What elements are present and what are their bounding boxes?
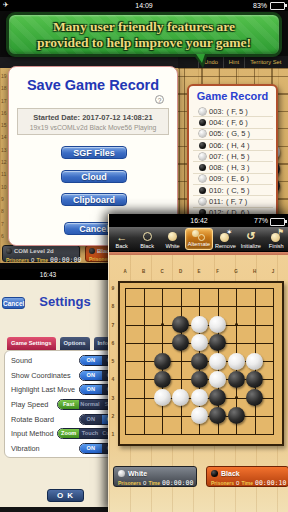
coordinate-label: 6 — [1, 230, 8, 242]
initialize-icon: ↺ — [246, 230, 255, 243]
col-label: D — [177, 269, 185, 274]
record-move-number: 010: — [209, 186, 224, 195]
record-move-coord: ( F, 6 ) — [227, 118, 248, 127]
started-date-value: 2017-07-12 14:08:21 — [82, 113, 152, 122]
time-label: Time — [36, 257, 48, 263]
toolbar-button-label: White — [165, 243, 179, 250]
white-stone[interactable] — [154, 389, 171, 406]
toggle-option-on[interactable]: ON — [80, 371, 102, 380]
setting-label: Rotate Board — [5, 415, 54, 424]
toggle-option-on[interactable]: ON — [80, 444, 102, 453]
bg-toolbar-territory-set-button[interactable]: Territory Set — [244, 56, 286, 68]
board-screen: 16:42 77% ←BackBlackWhiteAlternate✶Remov… — [108, 214, 288, 512]
time-value: 00:00:00 — [50, 256, 81, 263]
prisoners-label: Prisoners — [6, 257, 29, 263]
grid-line — [273, 288, 274, 435]
col-label: J — [269, 269, 277, 274]
toolbar-button-label: Finish — [269, 243, 284, 250]
black-stone-icon — [199, 119, 206, 126]
black-button[interactable]: Black — [134, 227, 159, 251]
white-stone[interactable] — [209, 353, 226, 370]
white-stone[interactable] — [191, 316, 208, 333]
battery-percent: 83% — [253, 2, 267, 9]
back-icon: ← — [116, 230, 127, 243]
record-row[interactable]: 008:( H, 3 ) — [193, 162, 273, 173]
record-row[interactable]: 003:( F, 5 ) — [193, 106, 273, 117]
alternate-button[interactable]: Alternate — [185, 228, 212, 250]
black-stone[interactable] — [172, 334, 189, 351]
black-stone[interactable] — [154, 353, 171, 370]
remove-button[interactable]: ✶Remove — [213, 227, 238, 251]
col-label: F — [214, 269, 222, 274]
row-label: 8 — [110, 303, 116, 309]
black-stone-icon — [89, 248, 95, 254]
tab-options[interactable]: Options — [60, 337, 90, 350]
game-summary: 19x19 vsCOMLv2d Black Move56 Playing — [18, 124, 168, 131]
alternate-icon — [192, 229, 205, 241]
coordinate-label: 14 — [1, 131, 8, 143]
setting-label: Sound — [5, 356, 32, 365]
help-icon[interactable]: ? — [155, 95, 164, 104]
board-toolbar: ←BackBlackWhiteAlternate✶Remove↺Initiali… — [109, 227, 288, 252]
com-player-bar: COM Level 2d Prisoners 0 Time 00:00:00 — [2, 245, 80, 262]
bg-toolbar-hint-button[interactable]: Hint — [223, 56, 244, 68]
setting-label: Input Method — [5, 429, 54, 438]
row-label: 3 — [110, 395, 116, 401]
white-player-bar: White Prisoners 0 Time 00:00:00 — [113, 466, 197, 487]
grid-line — [125, 434, 274, 435]
coordinate-label: 17 — [1, 95, 8, 107]
row-label: 9 — [110, 285, 116, 291]
battery-icon — [270, 2, 285, 10]
record-row[interactable]: 009:( E, 6 ) — [193, 174, 273, 185]
black-stone[interactable] — [172, 316, 189, 333]
toggle-option-fast[interactable]: Fast — [58, 400, 79, 409]
black-stone[interactable] — [228, 371, 245, 388]
black-stone-icon — [199, 164, 206, 171]
star-point — [235, 396, 238, 399]
black-stone-icon — [143, 230, 152, 243]
white-stone[interactable] — [246, 353, 263, 370]
prisoners-value: 0 — [143, 480, 146, 486]
coordinate-label: 19 — [1, 70, 8, 82]
coordinate-label: 16 — [1, 107, 8, 119]
ok-button[interactable]: O K — [47, 489, 84, 502]
dialog-title: Save Game Record — [9, 77, 177, 93]
board-status-bar: 16:42 77% — [109, 214, 288, 227]
record-move-number: 004: — [209, 118, 224, 127]
record-move-coord: ( H, 3 ) — [227, 163, 250, 172]
record-row[interactable]: 005:( G, 5 ) — [193, 129, 273, 140]
setting-row: Play SpeedFastNormalSlow — [5, 397, 119, 412]
black-stone[interactable] — [228, 407, 245, 424]
toggle-option-zoom[interactable]: Zoom — [58, 429, 79, 438]
coordinate-label: 8 — [1, 205, 8, 217]
white-stone[interactable] — [191, 389, 208, 406]
black-stone[interactable] — [209, 407, 226, 424]
toolbar-button-label: Back — [115, 243, 127, 250]
white-stone-icon — [199, 198, 206, 205]
record-row[interactable]: 004:( F, 6 ) — [193, 117, 273, 128]
white-stone[interactable] — [191, 334, 208, 351]
white-stone[interactable] — [228, 353, 245, 370]
toggle-option-on[interactable]: ON — [80, 415, 102, 424]
record-move-number: 009: — [209, 174, 224, 183]
goban-grid[interactable] — [125, 288, 274, 435]
game-record-title: Game Record — [189, 86, 276, 102]
setting-row: Highlight Last MoveONOFF — [5, 382, 119, 397]
record-row[interactable]: 011:( F, 7 ) — [193, 196, 273, 207]
black-player-bar: Black Prisoners 0 Time 00:00:10 — [206, 466, 288, 487]
settings-panel: SoundONOFFShow CoordinatesONOFFHighlight… — [4, 350, 120, 458]
col-label: B — [140, 269, 148, 274]
tab-game-settings[interactable]: Game Settings — [7, 337, 56, 350]
white-stone-icon — [168, 230, 177, 243]
record-move-coord: ( C, 5 ) — [227, 186, 250, 195]
battery-icon — [270, 218, 285, 226]
back-button[interactable]: ←Back — [109, 227, 134, 251]
record-move-number: 007: — [209, 152, 224, 161]
status-time: 14:09 — [0, 2, 288, 9]
record-move-number: 011: — [209, 197, 223, 206]
time-label: Time — [148, 480, 160, 486]
record-row[interactable]: 006:( H, 4 ) — [193, 140, 273, 151]
black-stone[interactable] — [246, 371, 263, 388]
coordinate-label: 9 — [1, 193, 8, 205]
toggle-option-normal[interactable]: Normal — [79, 400, 100, 409]
col-label: C — [158, 269, 166, 274]
black-stone[interactable] — [191, 371, 208, 388]
row-label: 7 — [110, 322, 116, 328]
finish-button[interactable]: ⚑Finish — [264, 227, 288, 251]
white-stone-icon — [199, 175, 206, 182]
sgf-files-button[interactable]: SGF Files — [61, 146, 127, 159]
player-name: COM Level 2d — [14, 248, 54, 254]
black-stone[interactable] — [154, 371, 171, 388]
started-date-label: Started Date: — [33, 113, 80, 122]
setting-label: Show Coordinates — [5, 371, 71, 380]
game-record-panel: Game Record 003:( F, 5 )004:( F, 6 )005:… — [187, 84, 278, 224]
col-label: E — [195, 269, 203, 274]
setting-row: Input MethodZoomTouchCursor — [5, 426, 119, 441]
star-point — [161, 323, 164, 326]
game-record-list[interactable]: 003:( F, 5 )004:( F, 6 )005:( G, 5 )006:… — [193, 106, 273, 224]
status-time: 16:43 — [0, 271, 96, 278]
setting-label: Highlight Last Move — [5, 385, 75, 394]
record-move-coord: ( G, 5 ) — [227, 129, 250, 138]
white-button[interactable]: White — [160, 227, 185, 251]
cloud-button[interactable]: Cloud — [61, 170, 127, 183]
white-stone-icon — [199, 130, 206, 137]
col-label: G — [232, 269, 240, 274]
coordinate-label: 15 — [1, 119, 8, 131]
toolbar-button-label: Initialize — [241, 243, 261, 250]
row-label: 6 — [110, 340, 116, 346]
player-name: White — [128, 470, 147, 477]
game-info-box: Started Date: 2017-07-12 14:08:21 19x19 … — [17, 108, 169, 135]
record-move-number: 003: — [209, 107, 224, 116]
row-label: 5 — [110, 358, 116, 364]
banner-tail-fill — [196, 54, 205, 63]
coordinate-label: 13 — [1, 144, 8, 156]
player-name: Black — [221, 470, 240, 477]
white-stone[interactable] — [209, 371, 226, 388]
col-label: A — [121, 269, 129, 274]
white-stone-icon — [199, 153, 206, 160]
record-move-number: 005: — [209, 129, 224, 138]
white-stone-icon — [199, 108, 206, 115]
prisoners-value: 0 — [31, 257, 34, 263]
bg-left-coordinates: 191817161514131211109876 — [1, 70, 8, 246]
main-status-bar: ✈ 14:09 83% — [0, 0, 288, 11]
record-move-coord: ( H, 4 ) — [227, 141, 250, 150]
row-label: 1 — [110, 431, 116, 437]
black-stone[interactable] — [209, 389, 226, 406]
black-stone[interactable] — [191, 353, 208, 370]
record-row[interactable]: 010:( C, 5 ) — [193, 185, 273, 196]
setting-label: Vibration — [5, 444, 40, 453]
setting-label: Play Speed — [5, 400, 48, 409]
col-label: H — [251, 269, 259, 274]
setting-row: SoundONOFF — [5, 353, 119, 368]
time-value: 00:00:00 — [162, 479, 193, 487]
coordinate-label: 10 — [1, 181, 8, 193]
toggle-option-on[interactable]: ON — [80, 385, 102, 394]
setting-row: VibrationONOFF — [5, 441, 119, 456]
record-move-coord: ( E, 6 ) — [227, 174, 250, 183]
promo-banner: Many user friendly features are provided… — [6, 12, 282, 57]
record-move-coord: ( F, 5 ) — [227, 107, 248, 116]
row-label: 4 — [110, 376, 116, 382]
black-stone[interactable] — [209, 334, 226, 351]
toolbar-button-label: Remove — [215, 243, 236, 250]
record-move-number: 008: — [209, 163, 224, 172]
coordinate-label: 11 — [1, 168, 8, 180]
black-stone-icon — [6, 248, 12, 254]
coordinate-label: 12 — [1, 156, 8, 168]
record-move-number: 006: — [209, 141, 224, 150]
record-move-coord: ( F, 7 ) — [226, 197, 247, 206]
setting-row: Show CoordinatesONOFF — [5, 368, 119, 383]
record-move-coord: ( H, 5 ) — [227, 152, 250, 161]
toggle-option-on[interactable]: ON — [80, 356, 102, 365]
black-stone-icon — [199, 187, 206, 194]
white-stone-icon — [118, 470, 125, 477]
finish-icon: ⚑ — [271, 230, 282, 243]
go-board[interactable] — [118, 281, 284, 446]
coordinate-label: 18 — [1, 82, 8, 94]
toolbar-button-label: Black — [140, 243, 154, 250]
banner-text-line2: provided to help improve your game! — [37, 35, 251, 51]
clipboard-button[interactable]: Clipboard — [61, 193, 127, 206]
prisoners-label: Prisoners — [118, 480, 141, 486]
record-row[interactable]: 007:( H, 5 ) — [193, 151, 273, 162]
prisoners-value: 0 — [236, 480, 239, 486]
star-point — [235, 323, 238, 326]
screenshot-root: ✈ 14:09 83% 191817161514131211109876 COM… — [0, 0, 288, 512]
setting-row: Rotate BoardONOFF — [5, 412, 119, 427]
black-stone-icon — [211, 470, 218, 477]
white-stone[interactable] — [172, 389, 189, 406]
black-stone-icon — [199, 142, 206, 149]
white-stone[interactable] — [209, 316, 226, 333]
banner-text-line1: Many user friendly features are — [53, 19, 235, 35]
row-label: 2 — [110, 413, 116, 419]
time-label: Time — [241, 480, 253, 486]
prisoners-label: Prisoners — [211, 480, 234, 486]
toggle-option-touch[interactable]: Touch — [79, 429, 100, 438]
time-value: 00:00:10 — [255, 479, 286, 487]
initialize-button[interactable]: ↺Initialize — [238, 227, 263, 251]
white-stone[interactable] — [191, 407, 208, 424]
remove-icon: ✶ — [220, 230, 231, 243]
toolbar-button-label: Alternate — [188, 241, 210, 248]
black-stone[interactable] — [246, 389, 263, 406]
coordinate-label: 7 — [1, 218, 8, 230]
battery-percent: 77% — [254, 217, 268, 224]
